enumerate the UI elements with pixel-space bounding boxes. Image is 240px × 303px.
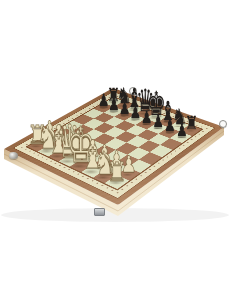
product-photo: ♜♞♝♛♚♝♞♜♟♟♟♟♟♟♟♟♟♟♟♟♟♟♟♟♜♞♝♛♚♝♞♜ <box>0 0 240 303</box>
